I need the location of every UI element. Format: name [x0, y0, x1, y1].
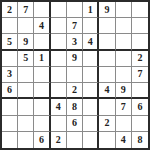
given-digit-r3c1[interactable]: 5: [2, 34, 18, 50]
given-digit-r2c3[interactable]: 4: [34, 18, 50, 34]
given-digit-r6c7[interactable]: 4: [99, 83, 115, 99]
given-digit-r9c8[interactable]: 4: [116, 132, 132, 148]
given-digit-r1c2[interactable]: 7: [18, 2, 34, 18]
cell-r9c7[interactable]: [99, 132, 115, 148]
given-digit-r4c5[interactable]: 9: [67, 51, 83, 67]
cell-r4c6[interactable]: [83, 51, 99, 67]
given-digit-r7c5[interactable]: 8: [67, 99, 83, 115]
cell-r2c4[interactable]: [51, 18, 67, 34]
cell-r6c9[interactable]: [132, 83, 148, 99]
cell-r4c7[interactable]: [99, 51, 115, 67]
cell-r9c2[interactable]: [18, 132, 34, 148]
cell-r7c6[interactable]: [83, 99, 99, 115]
sudoku-board: 271947593451923762494876626248: [0, 0, 150, 150]
cell-r8c1[interactable]: [2, 116, 18, 132]
cell-r6c3[interactable]: [34, 83, 50, 99]
cell-r3c9[interactable]: [132, 34, 148, 50]
given-digit-r2c5[interactable]: 7: [67, 18, 83, 34]
given-digit-r3c2[interactable]: 9: [18, 34, 34, 50]
cell-r5c6[interactable]: [83, 67, 99, 83]
cell-r3c8[interactable]: [116, 34, 132, 50]
cell-r3c7[interactable]: [99, 34, 115, 50]
cell-r2c9[interactable]: [132, 18, 148, 34]
cell-r1c3[interactable]: [34, 2, 50, 18]
cell-r7c3[interactable]: [34, 99, 50, 115]
given-digit-r1c6[interactable]: 1: [83, 2, 99, 18]
given-digit-r9c4[interactable]: 2: [51, 132, 67, 148]
cell-r3c4[interactable]: [51, 34, 67, 50]
cell-r1c9[interactable]: [132, 2, 148, 18]
given-digit-r4c3[interactable]: 1: [34, 51, 50, 67]
given-digit-r3c6[interactable]: 4: [83, 34, 99, 50]
cell-r2c8[interactable]: [116, 18, 132, 34]
cell-r1c4[interactable]: [51, 2, 67, 18]
cell-r5c2[interactable]: [18, 67, 34, 83]
cell-r7c1[interactable]: [2, 99, 18, 115]
cell-r7c7[interactable]: [99, 99, 115, 115]
given-digit-r4c2[interactable]: 5: [18, 51, 34, 67]
cell-r6c2[interactable]: [18, 83, 34, 99]
cell-r8c8[interactable]: [116, 116, 132, 132]
cell-r4c1[interactable]: [2, 51, 18, 67]
given-digit-r1c7[interactable]: 9: [99, 2, 115, 18]
cell-r7c2[interactable]: [18, 99, 34, 115]
cell-r5c4[interactable]: [51, 67, 67, 83]
cell-r4c8[interactable]: [116, 51, 132, 67]
cell-r6c4[interactable]: [51, 83, 67, 99]
given-digit-r8c7[interactable]: 2: [99, 116, 115, 132]
cell-r8c4[interactable]: [51, 116, 67, 132]
cell-r1c5[interactable]: [67, 2, 83, 18]
given-digit-r9c3[interactable]: 6: [34, 132, 50, 148]
cell-r2c2[interactable]: [18, 18, 34, 34]
cell-r9c6[interactable]: [83, 132, 99, 148]
cell-r8c2[interactable]: [18, 116, 34, 132]
given-digit-r1c1[interactable]: 2: [2, 2, 18, 18]
cell-r5c3[interactable]: [34, 67, 50, 83]
given-digit-r7c9[interactable]: 6: [132, 99, 148, 115]
given-digit-r9c9[interactable]: 8: [132, 132, 148, 148]
given-digit-r8c5[interactable]: 6: [67, 116, 83, 132]
given-digit-r7c8[interactable]: 7: [116, 99, 132, 115]
given-digit-r6c1[interactable]: 6: [2, 83, 18, 99]
cell-r8c6[interactable]: [83, 116, 99, 132]
cell-r9c5[interactable]: [67, 132, 83, 148]
cell-r1c8[interactable]: [116, 2, 132, 18]
cell-r8c3[interactable]: [34, 116, 50, 132]
given-digit-r4c9[interactable]: 2: [132, 51, 148, 67]
given-digit-r3c5[interactable]: 3: [67, 34, 83, 50]
cell-r8c9[interactable]: [132, 116, 148, 132]
cell-r4c4[interactable]: [51, 51, 67, 67]
cell-r5c5[interactable]: [67, 67, 83, 83]
cell-r6c6[interactable]: [83, 83, 99, 99]
cell-r3c3[interactable]: [34, 34, 50, 50]
cell-r2c7[interactable]: [99, 18, 115, 34]
cell-r9c1[interactable]: [2, 132, 18, 148]
given-digit-r6c8[interactable]: 9: [116, 83, 132, 99]
given-digit-r7c4[interactable]: 4: [51, 99, 67, 115]
cell-r2c1[interactable]: [2, 18, 18, 34]
cell-r5c7[interactable]: [99, 67, 115, 83]
given-digit-r6c5[interactable]: 2: [67, 83, 83, 99]
cell-r5c8[interactable]: [116, 67, 132, 83]
cell-r2c6[interactable]: [83, 18, 99, 34]
given-digit-r5c9[interactable]: 7: [132, 67, 148, 83]
given-digit-r5c1[interactable]: 3: [2, 67, 18, 83]
